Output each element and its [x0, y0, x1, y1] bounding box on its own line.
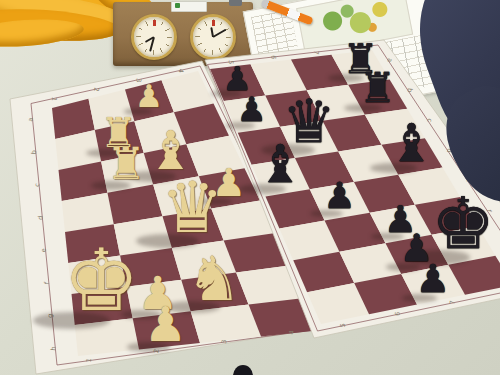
coord-rank-top: 3 [134, 78, 142, 83]
coord-rank-top: 4 [177, 68, 185, 73]
coord-rank-bottom: 5 [339, 323, 347, 328]
coord-rank-top: 6 [269, 55, 277, 60]
square-h3 [191, 304, 261, 343]
coord-file-left: g [46, 313, 54, 318]
coord-file-left: h [49, 346, 57, 351]
coord-rank-bottom: 7 [448, 300, 456, 305]
coord-rank-bottom: 3 [220, 339, 228, 344]
coord-rank-bottom: 4 [288, 330, 296, 335]
coord-rank-top: 1 [50, 97, 58, 102]
coord-rank-top: 8 [355, 45, 363, 50]
coord-file-left: a [26, 117, 34, 122]
square-h2 [133, 311, 200, 349]
coord-rank-top: 5 [227, 60, 235, 65]
coord-rank-top: 7 [312, 50, 320, 55]
coord-rank-bottom: 2 [152, 349, 160, 354]
coord-file-left: b [30, 150, 38, 155]
photo-scene: 11223344abcdefgh55667788abcdefgh ♚♛♜♜♝♞♟… [0, 0, 500, 375]
coord-rank-top: 2 [92, 87, 100, 92]
coord-rank-bottom: 6 [393, 311, 401, 316]
coord-file-left: d [36, 215, 44, 220]
coord-rank-bottom: 1 [85, 358, 93, 363]
coord-file-left: e [39, 248, 47, 253]
coord-file-right: a [386, 58, 394, 63]
coord-file-right: b [406, 88, 414, 93]
